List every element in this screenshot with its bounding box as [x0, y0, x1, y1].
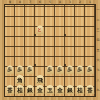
rank-label: 九: [96, 85, 100, 95]
piece-glyph: 飛: [37, 77, 43, 85]
piece-glyph: 香: [7, 87, 13, 95]
shogi-piece-gold[interactable]: 金: [56, 85, 65, 95]
star-point: [64, 64, 66, 66]
shogi-piece-silver[interactable]: 銀: [66, 85, 75, 95]
piece-glyph: 香: [87, 87, 93, 95]
piece-glyph: 歩: [28, 67, 33, 74]
shogi-piece-rook[interactable]: 飛: [36, 75, 45, 85]
rank-label: 三: [96, 25, 100, 35]
piece-glyph: 銀: [27, 87, 33, 95]
piece-glyph: 歩: [78, 67, 83, 74]
shogi-app-screenshot: 987654321 一二三四五六七八九 と歩歩歩歩歩歩歩歩角飛香桂銀金玉金銀桂香: [0, 0, 100, 100]
piece-glyph: 歩: [8, 67, 13, 74]
piece-glyph: と: [38, 27, 43, 34]
shogi-piece-silver[interactable]: 銀: [26, 85, 35, 95]
rank-label: 二: [96, 15, 100, 25]
shogi-piece-lance[interactable]: 香: [6, 85, 15, 95]
star-point: [64, 34, 66, 36]
piece-glyph: 歩: [68, 67, 73, 74]
shogi-piece-pawn[interactable]: 歩: [6, 65, 14, 74]
shogi-piece-king[interactable]: 玉: [46, 85, 55, 95]
shogi-piece-lance[interactable]: 香: [86, 85, 95, 95]
piece-glyph: 桂: [77, 87, 83, 95]
rank-label: 五: [96, 45, 100, 55]
piece-glyph: 玉: [47, 87, 53, 95]
shogi-piece-bishop[interactable]: 角: [16, 75, 25, 85]
shogi-piece-tokin-promoted-pawn[interactable]: と: [36, 25, 44, 34]
shogi-piece-knight[interactable]: 桂: [76, 85, 85, 95]
shogi-piece-pawn[interactable]: 歩: [66, 65, 74, 74]
piece-glyph: 銀: [67, 87, 73, 95]
piece-glyph: 歩: [48, 67, 53, 74]
rank-label: 八: [96, 75, 100, 85]
shogi-piece-pawn[interactable]: 歩: [26, 65, 34, 74]
piece-glyph: 角: [17, 77, 23, 85]
star-point: [34, 34, 36, 36]
rank-label: 七: [96, 65, 100, 75]
shogi-piece-gold[interactable]: 金: [36, 85, 45, 95]
piece-glyph: 金: [37, 87, 43, 95]
piece-glyph: 金: [57, 87, 63, 95]
shogi-board[interactable]: と歩歩歩歩歩歩歩歩角飛香桂銀金玉金銀桂香: [4, 4, 96, 97]
shogi-piece-pawn[interactable]: 歩: [86, 65, 94, 74]
piece-glyph: 歩: [88, 67, 93, 74]
star-point: [34, 64, 36, 66]
rank-label: 一: [96, 5, 100, 15]
rank-label: 四: [96, 35, 100, 45]
piece-glyph: 桂: [17, 87, 23, 95]
shogi-piece-knight[interactable]: 桂: [16, 85, 25, 95]
shogi-piece-pawn[interactable]: 歩: [56, 65, 64, 74]
shogi-piece-pawn[interactable]: 歩: [46, 65, 54, 74]
piece-glyph: 歩: [58, 67, 63, 74]
shogi-piece-pawn[interactable]: 歩: [76, 65, 84, 74]
rank-label: 六: [96, 55, 100, 65]
piece-glyph: 歩: [18, 67, 23, 74]
shogi-piece-pawn[interactable]: 歩: [16, 65, 24, 74]
